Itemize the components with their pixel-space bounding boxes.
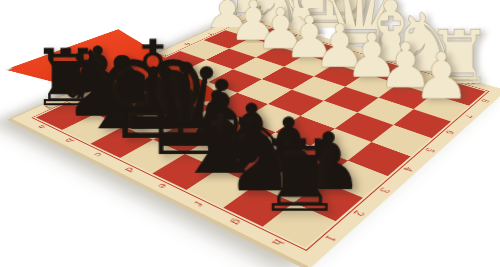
- white-rook: ♜: [200, 0, 297, 29]
- bag-grommet-icon: [0, 65, 15, 71]
- rank-label-2: 2: [348, 207, 369, 220]
- file-label-b: b: [60, 136, 79, 145]
- rank-label-7: 7: [459, 112, 476, 120]
- rank-label-5: 5: [420, 145, 438, 155]
- rank-label-4: 4: [398, 164, 417, 175]
- white-rook: ♜: [401, 23, 500, 93]
- rank-label-3: 3: [374, 184, 394, 196]
- product-photo-scene: ♜♞♝♚♛♝♞♜♟♟♟♟♟♟♟♟♟♟♟♟♟♟♟♟♜♞♝♚♛♝♞♜ aabbccd…: [0, 0, 500, 267]
- rank-label-1: 1: [319, 231, 341, 245]
- chess-board: ♜♞♝♚♛♝♞♜♟♟♟♟♟♟♟♟♟♟♟♟♟♟♟♟♜♞♝♚♛♝♞♜ aabbccd…: [12, 14, 500, 267]
- rank-label-6: 6: [441, 128, 459, 137]
- rank-label-8: 8: [477, 97, 493, 105]
